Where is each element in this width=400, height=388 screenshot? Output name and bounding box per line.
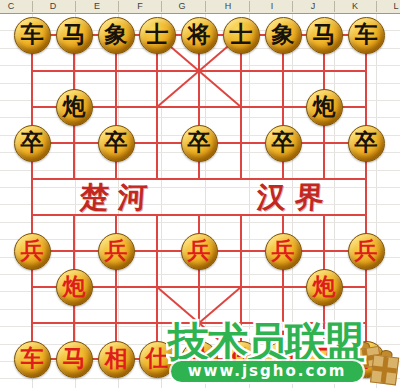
piece-red-soldier[interactable]: 兵 (181, 233, 218, 270)
piece-red-elephant[interactable]: 相 (98, 341, 135, 378)
piece-glyph: 卒 (355, 131, 378, 154)
piece-glyph: 炮 (313, 275, 336, 298)
piece-black-chariot[interactable]: 车 (14, 17, 51, 54)
piece-glyph: 马 (313, 23, 336, 46)
piece-glyph: 马 (63, 347, 86, 370)
watermark-url: www.jsgho.com (188, 364, 347, 379)
river-label-right: 汉界 (256, 183, 334, 212)
piece-glyph: 卒 (105, 131, 128, 154)
piece-black-cannon[interactable]: 炮 (56, 89, 93, 126)
piece-red-soldier[interactable]: 兵 (98, 233, 135, 270)
piece-red-cannon[interactable]: 炮 (56, 269, 93, 306)
piece-glyph: 车 (21, 347, 44, 370)
piece-glyph: 车 (21, 23, 44, 46)
piece-red-soldier[interactable]: 兵 (265, 233, 302, 270)
piece-glyph: 卒 (21, 131, 44, 154)
piece-glyph: 兵 (188, 239, 211, 262)
piece-black-cannon[interactable]: 炮 (306, 89, 343, 126)
piece-black-horse[interactable]: 马 (306, 17, 343, 54)
piece-glyph: 炮 (313, 95, 336, 118)
piece-red-cannon[interactable]: 炮 (306, 269, 343, 306)
piece-glyph: 兵 (272, 239, 295, 262)
piece-black-general[interactable]: 将 (181, 17, 218, 54)
piece-glyph: 将 (188, 23, 211, 46)
piece-red-chariot[interactable]: 车 (14, 341, 51, 378)
watermark-title: 技术员联盟 (166, 314, 381, 368)
piece-red-soldier[interactable]: 兵 (348, 233, 385, 270)
piece-glyph: 炮 (63, 95, 86, 118)
river-label-left: 楚河 (79, 183, 157, 212)
piece-red-horse[interactable]: 马 (56, 341, 93, 378)
xiangqi-screenshot: CDEFGHIJKL 楚河 汉界 车马象士将士象马车炮炮卒卒卒卒卒兵兵兵兵兵炮炮… (0, 0, 400, 388)
piece-glyph: 兵 (355, 239, 378, 262)
piece-glyph: 兵 (21, 239, 44, 262)
piece-glyph: 兵 (105, 239, 128, 262)
piece-black-soldier[interactable]: 卒 (181, 125, 218, 162)
piece-black-horse[interactable]: 马 (56, 17, 93, 54)
piece-glyph: 相 (105, 347, 128, 370)
piece-black-elephant[interactable]: 象 (265, 17, 302, 54)
piece-glyph: 象 (105, 23, 128, 46)
piece-glyph: 卒 (272, 131, 295, 154)
piece-glyph: 象 (272, 23, 295, 46)
piece-black-soldier[interactable]: 卒 (348, 125, 385, 162)
piece-glyph: 炮 (63, 275, 86, 298)
piece-black-soldier[interactable]: 卒 (98, 125, 135, 162)
piece-glyph: 士 (146, 23, 169, 46)
piece-glyph: 士 (230, 23, 253, 46)
watermark-title-text: 技术员联盟 (166, 318, 364, 366)
piece-glyph: 卒 (188, 131, 211, 154)
piece-glyph: 车 (355, 23, 378, 46)
piece-black-elephant[interactable]: 象 (98, 17, 135, 54)
watermark-url-pill: www.jsgho.com (171, 361, 363, 382)
piece-glyph: 马 (63, 23, 86, 46)
piece-black-soldier[interactable]: 卒 (14, 125, 51, 162)
piece-black-chariot[interactable]: 车 (348, 17, 385, 54)
piece-black-soldier[interactable]: 卒 (265, 125, 302, 162)
piece-black-advisor[interactable]: 士 (139, 17, 176, 54)
piece-black-advisor[interactable]: 士 (223, 17, 260, 54)
piece-red-soldier[interactable]: 兵 (14, 233, 51, 270)
